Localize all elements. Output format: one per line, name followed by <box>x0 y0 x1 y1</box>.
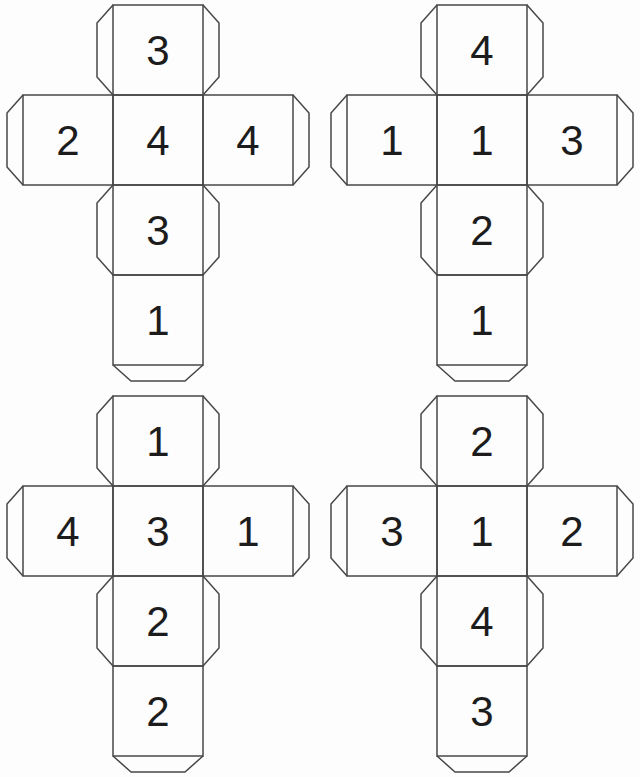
net-3-face-below: 2 <box>146 598 169 645</box>
cube-net-1: 3 2 4 4 3 1 <box>2 1 314 385</box>
net-1-face-bottom: 1 <box>146 297 169 344</box>
cube-net-4: 2 3 1 2 4 3 <box>326 392 638 776</box>
net-1-face-top: 3 <box>146 27 169 74</box>
net-2-face-bottom: 1 <box>470 297 493 344</box>
net-2-face-below: 2 <box>470 207 493 254</box>
net-2-face-left: 1 <box>380 117 403 164</box>
net-2-face-center: 1 <box>470 117 493 164</box>
net-1-drawing: 3 2 4 4 3 1 <box>2 1 314 385</box>
net-1-face-left: 2 <box>56 117 79 164</box>
net-4-drawing: 2 3 1 2 4 3 <box>326 392 638 776</box>
net-3-face-left: 4 <box>56 508 79 555</box>
net-1-face-right: 4 <box>236 117 259 164</box>
net-1-face-center: 4 <box>146 117 169 164</box>
net-4-face-left: 3 <box>380 508 403 555</box>
net-3-face-bottom: 2 <box>146 688 169 735</box>
net-4-face-right: 2 <box>560 508 583 555</box>
net-2-face-top: 4 <box>470 27 493 74</box>
net-4-face-top: 2 <box>470 418 493 465</box>
cube-net-3: 1 4 3 1 2 2 <box>2 392 314 776</box>
net-3-face-right: 1 <box>236 508 259 555</box>
net-1-face-below: 3 <box>146 207 169 254</box>
cube-net-2: 4 1 1 3 2 1 <box>326 1 638 385</box>
net-3-face-top: 1 <box>146 418 169 465</box>
net-4-face-below: 4 <box>470 598 493 645</box>
net-3-face-center: 3 <box>146 508 169 555</box>
net-4-face-center: 1 <box>470 508 493 555</box>
net-3-drawing: 1 4 3 1 2 2 <box>2 392 314 776</box>
worksheet-page: { "game": "cube-net-dice-puzzle", "descr… <box>0 0 640 777</box>
net-2-drawing: 4 1 1 3 2 1 <box>326 1 638 385</box>
net-4-face-bottom: 3 <box>470 688 493 735</box>
net-2-face-right: 3 <box>560 117 583 164</box>
cube-nets-board: 3 2 4 4 3 1 4 1 1 3 2 1 1 4 3 1 2 2 <box>0 0 640 777</box>
